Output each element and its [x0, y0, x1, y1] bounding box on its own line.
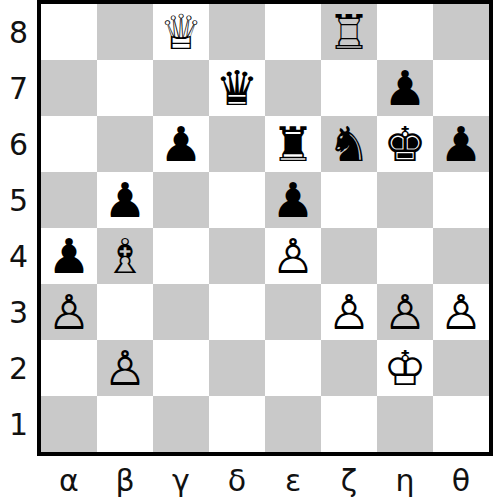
chess-board: ♕♖♛♟♟♜♞♚♟♟♟♟♗♙♙♙♙♙♙♔: [37, 0, 493, 456]
square-f8[interactable]: ♖: [321, 4, 377, 60]
piece-white-queen[interactable]: ♕: [159, 4, 202, 60]
square-d1[interactable]: [209, 396, 265, 452]
file-label-h: θ: [433, 458, 489, 502]
square-b8[interactable]: [97, 4, 153, 60]
square-c7[interactable]: [153, 60, 209, 116]
square-b4[interactable]: ♗: [97, 228, 153, 284]
square-b2[interactable]: ♙: [97, 340, 153, 396]
chess-diagram: 87654321 ♕♖♛♟♟♜♞♚♟♟♟♟♗♙♙♙♙♙♙♔ αβγδεζηθ: [0, 0, 499, 502]
square-a2[interactable]: [41, 340, 97, 396]
square-b5[interactable]: ♟: [97, 172, 153, 228]
rank-label-1: 1: [0, 396, 37, 452]
rank-label-6: 6: [0, 116, 37, 172]
file-label-b: β: [97, 458, 153, 502]
square-h7[interactable]: [433, 60, 489, 116]
square-e5[interactable]: ♟: [265, 172, 321, 228]
piece-white-pawn[interactable]: ♙: [327, 284, 370, 340]
square-c5[interactable]: [153, 172, 209, 228]
square-f1[interactable]: [321, 396, 377, 452]
file-label-c: γ: [153, 458, 209, 502]
square-e1[interactable]: [265, 396, 321, 452]
square-g4[interactable]: [377, 228, 433, 284]
square-h1[interactable]: [433, 396, 489, 452]
square-g6[interactable]: ♚: [377, 116, 433, 172]
piece-black-pawn[interactable]: ♟: [271, 172, 314, 228]
square-a4[interactable]: ♟: [41, 228, 97, 284]
square-g2[interactable]: ♔: [377, 340, 433, 396]
square-f4[interactable]: [321, 228, 377, 284]
square-b3[interactable]: [97, 284, 153, 340]
rank-labels: 87654321: [0, 4, 37, 452]
file-label-a: α: [41, 458, 97, 502]
file-label-e: ε: [265, 458, 321, 502]
piece-white-pawn[interactable]: ♙: [271, 228, 314, 284]
square-e3[interactable]: [265, 284, 321, 340]
piece-black-knight[interactable]: ♞: [327, 116, 370, 172]
square-b7[interactable]: [97, 60, 153, 116]
square-f6[interactable]: ♞: [321, 116, 377, 172]
square-e8[interactable]: [265, 4, 321, 60]
square-c3[interactable]: [153, 284, 209, 340]
square-a6[interactable]: [41, 116, 97, 172]
square-d7[interactable]: ♛: [209, 60, 265, 116]
square-e6[interactable]: ♜: [265, 116, 321, 172]
piece-black-pawn[interactable]: ♟: [159, 116, 202, 172]
file-label-d: δ: [209, 458, 265, 502]
square-h3[interactable]: ♙: [433, 284, 489, 340]
square-d4[interactable]: [209, 228, 265, 284]
square-c8[interactable]: ♕: [153, 4, 209, 60]
square-d2[interactable]: [209, 340, 265, 396]
square-g3[interactable]: ♙: [377, 284, 433, 340]
rank-label-2: 2: [0, 340, 37, 396]
square-c4[interactable]: [153, 228, 209, 284]
square-h6[interactable]: ♟: [433, 116, 489, 172]
piece-black-pawn[interactable]: ♟: [47, 228, 90, 284]
square-c1[interactable]: [153, 396, 209, 452]
piece-black-queen[interactable]: ♛: [215, 60, 258, 116]
square-c6[interactable]: ♟: [153, 116, 209, 172]
square-g7[interactable]: ♟: [377, 60, 433, 116]
piece-white-bishop[interactable]: ♗: [103, 228, 146, 284]
square-g5[interactable]: [377, 172, 433, 228]
piece-white-king[interactable]: ♔: [383, 340, 426, 396]
square-f2[interactable]: [321, 340, 377, 396]
square-c2[interactable]: [153, 340, 209, 396]
rank-label-7: 7: [0, 60, 37, 116]
square-f5[interactable]: [321, 172, 377, 228]
piece-white-pawn[interactable]: ♙: [383, 284, 426, 340]
file-label-g: η: [377, 458, 433, 502]
square-d3[interactable]: [209, 284, 265, 340]
square-a1[interactable]: [41, 396, 97, 452]
piece-black-rook[interactable]: ♜: [271, 116, 314, 172]
rank-label-8: 8: [0, 4, 37, 60]
piece-white-pawn[interactable]: ♙: [47, 284, 90, 340]
piece-black-pawn[interactable]: ♟: [439, 116, 482, 172]
square-e4[interactable]: ♙: [265, 228, 321, 284]
piece-black-king[interactable]: ♚: [383, 116, 426, 172]
square-h5[interactable]: [433, 172, 489, 228]
rank-label-3: 3: [0, 284, 37, 340]
square-g1[interactable]: [377, 396, 433, 452]
square-a5[interactable]: [41, 172, 97, 228]
square-d6[interactable]: [209, 116, 265, 172]
square-h8[interactable]: [433, 4, 489, 60]
square-b1[interactable]: [97, 396, 153, 452]
square-e7[interactable]: [265, 60, 321, 116]
file-labels: αβγδεζηθ: [41, 458, 489, 502]
square-f3[interactable]: ♙: [321, 284, 377, 340]
piece-black-pawn[interactable]: ♟: [103, 172, 146, 228]
square-e2[interactable]: [265, 340, 321, 396]
file-label-f: ζ: [321, 458, 377, 502]
square-g8[interactable]: [377, 4, 433, 60]
square-h4[interactable]: [433, 228, 489, 284]
rank-label-4: 4: [0, 228, 37, 284]
square-b6[interactable]: [97, 116, 153, 172]
piece-white-rook[interactable]: ♖: [327, 4, 370, 60]
rank-label-5: 5: [0, 172, 37, 228]
square-a3[interactable]: ♙: [41, 284, 97, 340]
piece-white-pawn[interactable]: ♙: [103, 340, 146, 396]
square-a8[interactable]: [41, 4, 97, 60]
piece-white-pawn[interactable]: ♙: [439, 284, 482, 340]
piece-black-pawn[interactable]: ♟: [383, 60, 426, 116]
square-f7[interactable]: [321, 60, 377, 116]
square-d5[interactable]: [209, 172, 265, 228]
square-h2[interactable]: [433, 340, 489, 396]
square-d8[interactable]: [209, 4, 265, 60]
square-a7[interactable]: [41, 60, 97, 116]
